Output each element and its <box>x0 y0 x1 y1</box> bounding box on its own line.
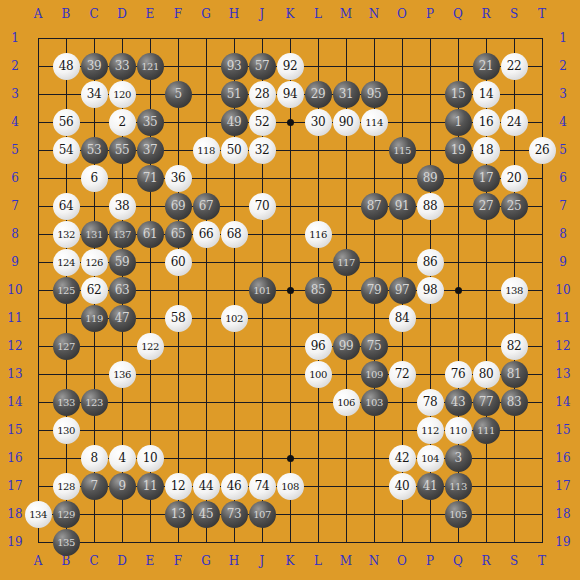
stone-white-K2[interactable]: 92 <box>277 53 304 80</box>
coord-label-left-16: 16 <box>1 450 29 466</box>
stone-black-N10[interactable]: 79 <box>361 277 388 304</box>
stone-black-F3[interactable]: 5 <box>165 81 192 108</box>
stone-white-D3[interactable]: 120 <box>109 81 136 108</box>
stone-black-H3[interactable]: 51 <box>221 81 248 108</box>
coord-label-bottom-T: T <box>528 553 556 569</box>
coord-label-top-D: D <box>108 6 136 22</box>
stone-white-S10[interactable]: 138 <box>501 277 528 304</box>
coord-label-bottom-J: J <box>248 553 276 569</box>
coord-label-left-10: 10 <box>1 282 29 298</box>
stone-black-C14[interactable]: 123 <box>81 389 108 416</box>
coord-label-bottom-A: A <box>24 553 52 569</box>
stone-white-J17[interactable]: 74 <box>249 473 276 500</box>
stone-black-B18[interactable]: 129 <box>53 501 80 528</box>
stone-black-F7[interactable]: 69 <box>165 193 192 220</box>
coord-label-top-E: E <box>136 6 164 22</box>
coord-label-bottom-S: S <box>500 553 528 569</box>
stone-black-R6[interactable]: 17 <box>473 165 500 192</box>
stone-black-C17[interactable]: 7 <box>81 473 108 500</box>
stone-black-O10[interactable]: 97 <box>389 277 416 304</box>
stone-white-B7[interactable]: 64 <box>53 193 80 220</box>
stone-white-B8[interactable]: 132 <box>53 221 80 248</box>
stone-black-D9[interactable]: 59 <box>109 249 136 276</box>
stone-white-L12[interactable]: 96 <box>305 333 332 360</box>
coord-label-top-P: P <box>416 6 444 22</box>
coord-label-top-O: O <box>388 6 416 22</box>
stone-black-D11[interactable]: 47 <box>109 305 136 332</box>
stone-black-D2[interactable]: 33 <box>109 53 136 80</box>
stone-white-Q15[interactable]: 110 <box>445 417 472 444</box>
stone-white-B5[interactable]: 54 <box>53 137 80 164</box>
coord-label-left-3: 3 <box>1 86 29 102</box>
stone-white-G8[interactable]: 66 <box>193 221 220 248</box>
stone-black-E6[interactable]: 71 <box>137 165 164 192</box>
stone-black-F18[interactable]: 13 <box>165 501 192 528</box>
stone-black-G18[interactable]: 45 <box>193 501 220 528</box>
stone-black-D17[interactable]: 9 <box>109 473 136 500</box>
stone-black-Q5[interactable]: 19 <box>445 137 472 164</box>
go-board[interactable]: 1234567891011121314151617181920212224252… <box>38 38 543 543</box>
stone-white-C6[interactable]: 6 <box>81 165 108 192</box>
coord-label-right-12: 12 <box>549 338 577 354</box>
coord-label-bottom-L: L <box>304 553 332 569</box>
stone-black-Q3[interactable]: 15 <box>445 81 472 108</box>
stone-white-F6[interactable]: 36 <box>165 165 192 192</box>
stone-white-H8[interactable]: 68 <box>221 221 248 248</box>
stone-black-C11[interactable]: 119 <box>81 305 108 332</box>
stone-white-O16[interactable]: 42 <box>389 445 416 472</box>
stone-white-S12[interactable]: 82 <box>501 333 528 360</box>
stone-white-K3[interactable]: 94 <box>277 81 304 108</box>
stone-white-B4[interactable]: 56 <box>53 109 80 136</box>
stone-black-J10[interactable]: 101 <box>249 277 276 304</box>
coord-label-bottom-Q: Q <box>444 553 472 569</box>
coord-label-left-1: 1 <box>1 30 29 46</box>
coord-label-left-14: 14 <box>1 394 29 410</box>
star-point-K10 <box>287 287 294 294</box>
stone-black-S14[interactable]: 83 <box>501 389 528 416</box>
coord-label-left-12: 12 <box>1 338 29 354</box>
coord-label-top-Q: Q <box>444 6 472 22</box>
coord-label-right-3: 3 <box>549 86 577 102</box>
coord-label-left-4: 4 <box>1 114 29 130</box>
stone-white-B9[interactable]: 124 <box>53 249 80 276</box>
stone-black-E17[interactable]: 11 <box>137 473 164 500</box>
coord-label-right-4: 4 <box>549 114 577 130</box>
coord-label-right-10: 10 <box>549 282 577 298</box>
coord-label-top-K: K <box>276 6 304 22</box>
stone-black-F8[interactable]: 65 <box>165 221 192 248</box>
stone-white-R3[interactable]: 14 <box>473 81 500 108</box>
coord-label-left-19: 19 <box>1 534 29 550</box>
stone-white-T5[interactable]: 26 <box>529 137 556 164</box>
coord-label-top-J: J <box>248 6 276 22</box>
coord-label-left-7: 7 <box>1 198 29 214</box>
coord-label-bottom-O: O <box>388 553 416 569</box>
stone-white-G5[interactable]: 118 <box>193 137 220 164</box>
coord-label-bottom-N: N <box>360 553 388 569</box>
stone-white-P10[interactable]: 98 <box>417 277 444 304</box>
go-game-diagram: 1234567891011121314151617181920212224252… <box>0 0 580 580</box>
coord-label-top-R: R <box>472 6 500 22</box>
stone-white-O11[interactable]: 84 <box>389 305 416 332</box>
coord-label-right-9: 9 <box>549 254 577 270</box>
stone-black-M3[interactable]: 31 <box>333 81 360 108</box>
stone-white-H5[interactable]: 50 <box>221 137 248 164</box>
coord-label-top-L: L <box>304 6 332 22</box>
stone-white-P16[interactable]: 104 <box>417 445 444 472</box>
coord-label-left-5: 5 <box>1 142 29 158</box>
coord-label-right-6: 6 <box>549 170 577 186</box>
stone-black-N7[interactable]: 87 <box>361 193 388 220</box>
stone-white-L4[interactable]: 30 <box>305 109 332 136</box>
coord-label-top-M: M <box>332 6 360 22</box>
coord-label-bottom-C: C <box>80 553 108 569</box>
coord-label-bottom-P: P <box>416 553 444 569</box>
stone-white-O17[interactable]: 40 <box>389 473 416 500</box>
coord-label-right-17: 17 <box>549 478 577 494</box>
stone-white-K17[interactable]: 108 <box>277 473 304 500</box>
coord-label-top-B: B <box>52 6 80 22</box>
stone-white-M4[interactable]: 90 <box>333 109 360 136</box>
stone-white-E16[interactable]: 10 <box>137 445 164 472</box>
coord-label-top-F: F <box>164 6 192 22</box>
coord-label-right-14: 14 <box>549 394 577 410</box>
stone-white-C3[interactable]: 34 <box>81 81 108 108</box>
coord-label-right-19: 19 <box>549 534 577 550</box>
coord-label-right-16: 16 <box>549 450 577 466</box>
coord-label-left-13: 13 <box>1 366 29 382</box>
stone-white-J4[interactable]: 52 <box>249 109 276 136</box>
stone-black-R14[interactable]: 77 <box>473 389 500 416</box>
stone-white-D13[interactable]: 136 <box>109 361 136 388</box>
stone-black-R2[interactable]: 21 <box>473 53 500 80</box>
stone-white-G17[interactable]: 44 <box>193 473 220 500</box>
stone-white-F9[interactable]: 60 <box>165 249 192 276</box>
stone-white-P7[interactable]: 88 <box>417 193 444 220</box>
coord-label-right-15: 15 <box>549 422 577 438</box>
star-point-Q10 <box>455 287 462 294</box>
stone-black-H18[interactable]: 73 <box>221 501 248 528</box>
stone-white-S4[interactable]: 24 <box>501 109 528 136</box>
stone-black-E5[interactable]: 37 <box>137 137 164 164</box>
coord-label-top-C: C <box>80 6 108 22</box>
coord-label-left-9: 9 <box>1 254 29 270</box>
stone-black-E8[interactable]: 61 <box>137 221 164 248</box>
stone-white-J5[interactable]: 32 <box>249 137 276 164</box>
stone-white-N4[interactable]: 114 <box>361 109 388 136</box>
stone-black-S7[interactable]: 25 <box>501 193 528 220</box>
stone-black-M12[interactable]: 99 <box>333 333 360 360</box>
stone-black-L3[interactable]: 29 <box>305 81 332 108</box>
stone-black-J2[interactable]: 57 <box>249 53 276 80</box>
coord-label-left-8: 8 <box>1 226 29 242</box>
coord-label-left-6: 6 <box>1 170 29 186</box>
stone-white-B17[interactable]: 128 <box>53 473 80 500</box>
stone-black-N12[interactable]: 75 <box>361 333 388 360</box>
stone-black-E2[interactable]: 121 <box>137 53 164 80</box>
star-point-K4 <box>287 119 294 126</box>
stone-white-P9[interactable]: 86 <box>417 249 444 276</box>
coord-label-bottom-F: F <box>164 553 192 569</box>
stone-black-C8[interactable]: 131 <box>81 221 108 248</box>
stone-black-D5[interactable]: 55 <box>109 137 136 164</box>
stone-black-S13[interactable]: 81 <box>501 361 528 388</box>
stone-white-L8[interactable]: 116 <box>305 221 332 248</box>
stone-black-B10[interactable]: 125 <box>53 277 80 304</box>
coord-label-top-N: N <box>360 6 388 22</box>
stone-white-L13[interactable]: 100 <box>305 361 332 388</box>
stone-white-S2[interactable]: 22 <box>501 53 528 80</box>
stone-white-F17[interactable]: 12 <box>165 473 192 500</box>
stone-white-P15[interactable]: 112 <box>417 417 444 444</box>
stone-white-S6[interactable]: 20 <box>501 165 528 192</box>
coord-label-right-11: 11 <box>549 310 577 326</box>
stone-black-C2[interactable]: 39 <box>81 53 108 80</box>
stone-black-N14[interactable]: 103 <box>361 389 388 416</box>
stone-black-M9[interactable]: 117 <box>333 249 360 276</box>
stone-black-B19[interactable]: 135 <box>53 529 80 556</box>
stone-black-N3[interactable]: 95 <box>361 81 388 108</box>
stone-white-C16[interactable]: 8 <box>81 445 108 472</box>
star-point-K16 <box>287 455 294 462</box>
stone-white-H17[interactable]: 46 <box>221 473 248 500</box>
coord-label-right-7: 7 <box>549 198 577 214</box>
stone-black-P17[interactable]: 41 <box>417 473 444 500</box>
stone-white-H11[interactable]: 102 <box>221 305 248 332</box>
stone-black-B14[interactable]: 133 <box>53 389 80 416</box>
stone-white-R4[interactable]: 16 <box>473 109 500 136</box>
stone-black-J18[interactable]: 107 <box>249 501 276 528</box>
coord-label-left-2: 2 <box>1 58 29 74</box>
stone-white-M14[interactable]: 106 <box>333 389 360 416</box>
stone-white-C9[interactable]: 126 <box>81 249 108 276</box>
stone-white-B15[interactable]: 130 <box>53 417 80 444</box>
stone-black-Q17[interactable]: 113 <box>445 473 472 500</box>
coord-label-top-A: A <box>24 6 52 22</box>
stone-white-A18[interactable]: 134 <box>25 501 52 528</box>
coord-label-bottom-H: H <box>220 553 248 569</box>
coord-label-top-H: H <box>220 6 248 22</box>
stone-black-C5[interactable]: 53 <box>81 137 108 164</box>
stone-black-H2[interactable]: 93 <box>221 53 248 80</box>
stone-white-D16[interactable]: 4 <box>109 445 136 472</box>
coord-label-top-G: G <box>192 6 220 22</box>
stone-white-D4[interactable]: 2 <box>109 109 136 136</box>
stone-black-Q14[interactable]: 43 <box>445 389 472 416</box>
coord-label-bottom-E: E <box>136 553 164 569</box>
coord-label-bottom-R: R <box>472 553 500 569</box>
coord-label-bottom-M: M <box>332 553 360 569</box>
stone-black-D8[interactable]: 137 <box>109 221 136 248</box>
coord-label-left-11: 11 <box>1 310 29 326</box>
coord-label-right-2: 2 <box>549 58 577 74</box>
stone-white-J3[interactable]: 28 <box>249 81 276 108</box>
stone-black-E4[interactable]: 35 <box>137 109 164 136</box>
coord-label-top-T: T <box>528 6 556 22</box>
stone-white-O13[interactable]: 72 <box>389 361 416 388</box>
stone-black-R7[interactable]: 27 <box>473 193 500 220</box>
coord-label-right-1: 1 <box>549 30 577 46</box>
stone-white-E12[interactable]: 122 <box>137 333 164 360</box>
stone-white-B2[interactable]: 48 <box>53 53 80 80</box>
stone-black-O5[interactable]: 115 <box>389 137 416 164</box>
stone-black-B12[interactable]: 127 <box>53 333 80 360</box>
coord-label-bottom-G: G <box>192 553 220 569</box>
coord-label-bottom-D: D <box>108 553 136 569</box>
stone-black-L10[interactable]: 85 <box>305 277 332 304</box>
stone-black-O7[interactable]: 91 <box>389 193 416 220</box>
coord-label-right-13: 13 <box>549 366 577 382</box>
stone-white-J7[interactable]: 70 <box>249 193 276 220</box>
stone-black-Q16[interactable]: 3 <box>445 445 472 472</box>
stone-black-Q18[interactable]: 105 <box>445 501 472 528</box>
stone-white-F11[interactable]: 58 <box>165 305 192 332</box>
stone-black-R15[interactable]: 111 <box>473 417 500 444</box>
stone-black-N13[interactable]: 109 <box>361 361 388 388</box>
stone-white-C10[interactable]: 62 <box>81 277 108 304</box>
stone-black-H4[interactable]: 49 <box>221 109 248 136</box>
coord-label-right-18: 18 <box>549 506 577 522</box>
stone-white-D7[interactable]: 38 <box>109 193 136 220</box>
stone-black-P6[interactable]: 89 <box>417 165 444 192</box>
coord-label-left-15: 15 <box>1 422 29 438</box>
stone-white-R13[interactable]: 80 <box>473 361 500 388</box>
coord-label-top-S: S <box>500 6 528 22</box>
stone-white-Q13[interactable]: 76 <box>445 361 472 388</box>
stone-black-G7[interactable]: 67 <box>193 193 220 220</box>
stone-white-P14[interactable]: 78 <box>417 389 444 416</box>
coord-label-bottom-K: K <box>276 553 304 569</box>
stone-black-Q4[interactable]: 1 <box>445 109 472 136</box>
coord-label-right-8: 8 <box>549 226 577 242</box>
stone-black-D10[interactable]: 63 <box>109 277 136 304</box>
stone-white-R5[interactable]: 18 <box>473 137 500 164</box>
coord-label-left-17: 17 <box>1 478 29 494</box>
